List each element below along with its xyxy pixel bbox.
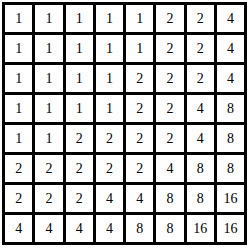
grid-cell-r3c5: 2 (126, 65, 153, 92)
grid-cell-r3c4: 1 (96, 65, 123, 92)
grid-cell-r7c6: 8 (156, 185, 183, 212)
grid-cell-r6c4: 2 (96, 155, 123, 182)
grid-cell-r7c3: 2 (66, 185, 93, 212)
grid-cell-r1c1: 1 (5, 5, 32, 32)
grid-cell-r1c3: 1 (66, 5, 93, 32)
grid-cell-r5c7: 4 (187, 125, 214, 152)
grid-cell-r8c2: 4 (35, 215, 62, 242)
grid-cell-r4c1: 1 (5, 95, 32, 122)
grid-cell-r4c3: 1 (66, 95, 93, 122)
grid-cell-r3c3: 1 (66, 65, 93, 92)
grid-cell-r4c5: 2 (126, 95, 153, 122)
grid-cell-r2c7: 2 (187, 35, 214, 62)
grid-cell-r2c4: 1 (96, 35, 123, 62)
grid-cell-r6c8: 8 (217, 155, 244, 182)
grid-cell-r2c6: 2 (156, 35, 183, 62)
grid-cell-r3c2: 1 (35, 65, 62, 92)
grid-cell-r5c6: 2 (156, 125, 183, 152)
number-grid-board: 1111122411111224111122241111224811222248… (2, 2, 247, 245)
grid-cell-r3c8: 4 (217, 65, 244, 92)
grid-cell-r8c3: 4 (66, 215, 93, 242)
grid-cell-r8c6: 8 (156, 215, 183, 242)
grid-cell-r5c4: 2 (96, 125, 123, 152)
grid-cell-r4c8: 8 (217, 95, 244, 122)
grid-cell-r7c4: 4 (96, 185, 123, 212)
grid-cell-r6c1: 2 (5, 155, 32, 182)
grid-cell-r4c2: 1 (35, 95, 62, 122)
grid-cell-r2c1: 1 (5, 35, 32, 62)
grid-cell-r2c8: 4 (217, 35, 244, 62)
grid-cell-r2c5: 1 (126, 35, 153, 62)
grid-cell-r8c8: 16 (217, 215, 244, 242)
grid-cell-r6c3: 2 (66, 155, 93, 182)
grid-cell-r7c2: 2 (35, 185, 62, 212)
grid-cell-r5c5: 2 (126, 125, 153, 152)
grid-cell-r8c5: 8 (126, 215, 153, 242)
grid-cell-r6c6: 4 (156, 155, 183, 182)
grid-cell-r1c5: 1 (126, 5, 153, 32)
grid-cell-r8c4: 4 (96, 215, 123, 242)
grid-cell-r1c6: 2 (156, 5, 183, 32)
grid-cell-r5c2: 1 (35, 125, 62, 152)
grid-cell-r1c2: 1 (35, 5, 62, 32)
grid-cell-r1c8: 4 (217, 5, 244, 32)
grid-cell-r7c1: 2 (5, 185, 32, 212)
grid-cell-r3c1: 1 (5, 65, 32, 92)
grid-cell-r5c1: 1 (5, 125, 32, 152)
grid-cell-r8c7: 16 (187, 215, 214, 242)
grid-cell-r7c7: 8 (187, 185, 214, 212)
grid-cell-r6c5: 2 (126, 155, 153, 182)
grid-cell-r8c1: 4 (5, 215, 32, 242)
grid-cell-r5c8: 8 (217, 125, 244, 152)
grid-cell-r2c2: 1 (35, 35, 62, 62)
grid-cell-r2c3: 1 (66, 35, 93, 62)
grid-cell-r3c7: 2 (187, 65, 214, 92)
grid-cell-r6c2: 2 (35, 155, 62, 182)
grid-cell-r7c5: 4 (126, 185, 153, 212)
grid-cell-r4c4: 1 (96, 95, 123, 122)
grid-cell-r5c3: 2 (66, 125, 93, 152)
grid-cell-r4c7: 4 (187, 95, 214, 122)
grid-cell-r1c7: 2 (187, 5, 214, 32)
grid-cell-r4c6: 2 (156, 95, 183, 122)
grid-cell-r3c6: 2 (156, 65, 183, 92)
page: 1111122411111224111122241111224811222248… (0, 0, 249, 247)
grid-cell-r1c4: 1 (96, 5, 123, 32)
grid-cell-r7c8: 16 (217, 185, 244, 212)
grid-cell-r6c7: 8 (187, 155, 214, 182)
